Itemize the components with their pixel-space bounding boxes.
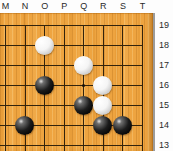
row-label-13: 13	[155, 139, 173, 151]
stone-black-r14	[93, 116, 112, 135]
column-labels-bar: MNOPQRST	[0, 0, 173, 13]
column-label-p: P	[61, 0, 67, 13]
row-label-14: 14	[155, 119, 173, 131]
row-label-15: 15	[155, 99, 173, 111]
stone-white-r15	[93, 96, 112, 115]
row-label-19: 19	[155, 19, 173, 31]
stone-white-r16	[93, 76, 112, 95]
row-labels-bar: 19181716151413	[155, 13, 173, 151]
go-board-viewport: MNOPQRST 19181716151413	[0, 0, 173, 151]
stone-black-s14	[113, 116, 132, 135]
column-label-n: N	[22, 0, 29, 13]
stone-black-q15	[74, 96, 93, 115]
row-label-18: 18	[155, 39, 173, 51]
go-board[interactable]	[0, 13, 155, 151]
row-label-17: 17	[155, 59, 173, 71]
column-label-t: T	[140, 0, 146, 13]
column-label-q: Q	[80, 0, 87, 13]
stone-white-q17	[74, 56, 93, 75]
stone-white-o18	[35, 36, 54, 55]
column-label-m: M	[2, 0, 10, 13]
column-label-s: S	[120, 0, 126, 13]
stone-black-n14	[15, 116, 34, 135]
column-label-r: R	[100, 0, 107, 13]
stone-black-o16	[35, 76, 54, 95]
row-label-16: 16	[155, 79, 173, 91]
column-label-o: O	[41, 0, 48, 13]
